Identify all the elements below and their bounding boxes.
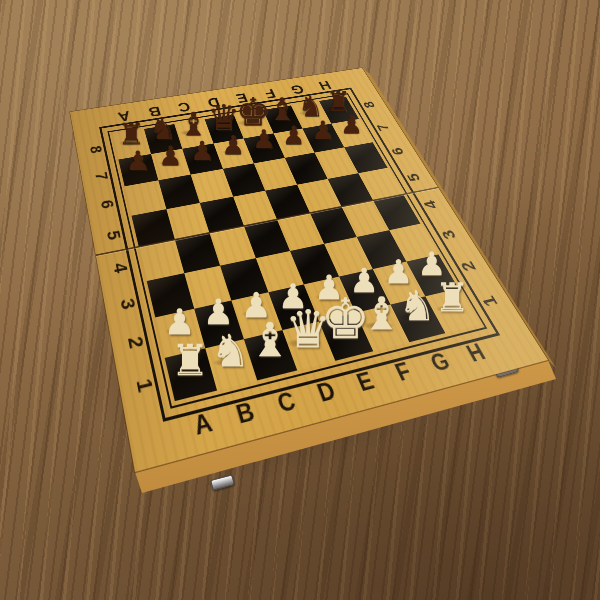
label-file-near-d: D xyxy=(313,376,339,408)
label-rank-left-2: 2 xyxy=(123,334,149,351)
piece-black-pawn[interactable]: ♟ xyxy=(312,118,335,143)
piece-white-knight[interactable]: ♞ xyxy=(399,285,436,327)
photo-scene: AABBCCDDEEFFGGHH1122334455667788 ♜♞♝♛♚♝♞… xyxy=(0,0,600,600)
label-rank-right-6: 6 xyxy=(388,146,409,156)
piece-black-pawn[interactable]: ♟ xyxy=(282,122,305,148)
piece-white-knight[interactable]: ♞ xyxy=(211,328,251,373)
label-rank-right-8: 8 xyxy=(360,100,379,109)
piece-black-pawn[interactable]: ♟ xyxy=(126,148,150,175)
label-rank-left-8: 8 xyxy=(85,145,105,155)
piece-black-pawn[interactable]: ♟ xyxy=(252,127,275,153)
label-rank-left-7: 7 xyxy=(91,171,112,182)
label-rank-right-7: 7 xyxy=(373,123,393,132)
label-file-near-e: E xyxy=(353,366,379,397)
label-rank-right-5: 5 xyxy=(403,172,425,183)
label-rank-left-4: 4 xyxy=(108,261,132,275)
piece-white-bishop[interactable]: ♝ xyxy=(249,317,291,364)
label-file-near-g: G xyxy=(426,347,455,377)
label-rank-right-1: 1 xyxy=(477,294,502,309)
label-rank-right-3: 3 xyxy=(437,228,460,240)
piece-white-rook[interactable]: ♜ xyxy=(171,339,210,382)
piece-white-rook[interactable]: ♜ xyxy=(434,279,469,318)
label-rank-left-3: 3 xyxy=(115,296,140,311)
piece-black-pawn[interactable]: ♟ xyxy=(190,138,214,164)
label-file-near-a: A xyxy=(191,407,215,441)
label-file-near-b: B xyxy=(233,397,258,431)
label-rank-right-4: 4 xyxy=(420,199,443,210)
piece-black-pawn[interactable]: ♟ xyxy=(340,113,362,138)
label-rank-left-1: 1 xyxy=(131,376,158,394)
piece-black-pawn[interactable]: ♟ xyxy=(158,143,182,170)
label-file-near-f: F xyxy=(391,357,416,387)
label-file-near-h: H xyxy=(462,338,490,367)
label-file-near-c: C xyxy=(274,386,300,419)
piece-black-pawn[interactable]: ♟ xyxy=(222,132,245,158)
piece-white-queen[interactable]: ♛ xyxy=(285,303,332,355)
label-rank-right-2: 2 xyxy=(456,260,480,273)
label-rank-left-5: 5 xyxy=(102,229,125,242)
piece-white-pawn[interactable]: ♟ xyxy=(164,304,196,339)
label-rank-left-6: 6 xyxy=(96,199,118,211)
